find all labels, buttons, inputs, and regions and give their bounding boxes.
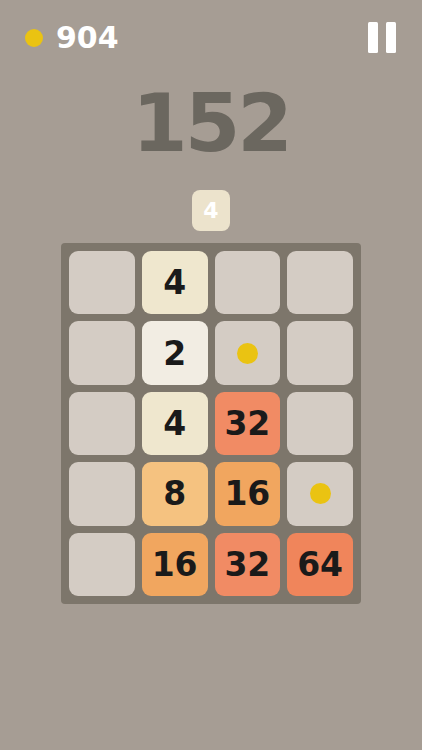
coin-icon — [25, 29, 43, 47]
cell-empty-r5c1[interactable] — [69, 533, 135, 596]
tile-64-r5c4[interactable]: 64 — [287, 533, 353, 596]
cell-empty-r4c1[interactable] — [69, 462, 135, 525]
cell-empty-r1c4[interactable] — [287, 251, 353, 314]
tile-4-r1c2[interactable]: 4 — [142, 251, 208, 314]
cell-empty-r3c1[interactable] — [69, 392, 135, 455]
cell-empty-r1c1[interactable] — [69, 251, 135, 314]
coin-counter: 904 — [56, 23, 119, 53]
pause-icon — [386, 22, 396, 53]
tile-value: 64 — [297, 545, 343, 584]
next-tile-preview: 4 — [192, 190, 230, 231]
cell-empty-r2c4[interactable] — [287, 321, 353, 384]
coin-pickup-icon — [310, 483, 331, 504]
cell-coin-r2c3[interactable] — [215, 321, 281, 384]
cell-empty-r1c3[interactable] — [215, 251, 281, 314]
tile-value: 2 — [163, 334, 186, 373]
tile-32-r5c3[interactable]: 32 — [215, 533, 281, 596]
tile-value: 16 — [152, 545, 198, 584]
coin-pickup-icon — [237, 343, 258, 364]
tile-value: 8 — [163, 474, 186, 513]
tile-value: 16 — [224, 474, 270, 513]
tile-2-r2c2[interactable]: 2 — [142, 321, 208, 384]
tile-8-r4c2[interactable]: 8 — [142, 462, 208, 525]
cell-coin-r4c4[interactable] — [287, 462, 353, 525]
tile-value: 32 — [224, 404, 270, 443]
top-hud: 904 — [25, 20, 398, 55]
tile-value: 4 — [163, 404, 186, 443]
pause-icon — [368, 22, 378, 53]
tile-value: 32 — [224, 545, 270, 584]
board[interactable]: 42432816163264 — [61, 243, 361, 604]
tile-value: 4 — [163, 263, 186, 302]
cell-empty-r3c4[interactable] — [287, 392, 353, 455]
game-screen: 904 152 4 42432816163264 — [0, 0, 422, 750]
tile-16-r5c2[interactable]: 16 — [142, 533, 208, 596]
cell-empty-r2c1[interactable] — [69, 321, 135, 384]
tile-4-r3c2[interactable]: 4 — [142, 392, 208, 455]
score-display: 152 — [0, 82, 422, 166]
pause-button[interactable] — [366, 20, 398, 55]
next-tile-value: 4 — [203, 198, 218, 223]
tile-16-r4c3[interactable]: 16 — [215, 462, 281, 525]
tile-32-r3c3[interactable]: 32 — [215, 392, 281, 455]
